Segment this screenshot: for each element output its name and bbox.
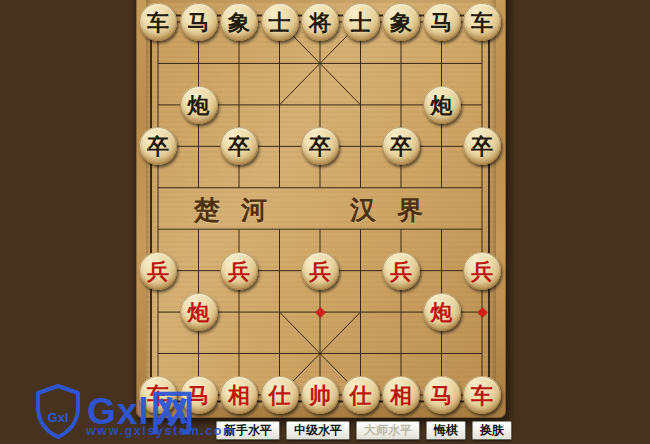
river-label-chu-he: 楚河 (194, 193, 288, 228)
piece-red-soldier[interactable]: 兵 (463, 252, 501, 290)
xiangqi-board[interactable]: 楚河 汉界 车马象士将士象马车炮炮卒卒卒卒卒兵兵兵兵兵炮炮车马相仕帅仕相马车 (146, 0, 496, 408)
master-level-button: 大师水平 (356, 421, 420, 440)
piece-black-cannon[interactable]: 炮 (423, 86, 461, 124)
piece-red-soldier[interactable]: 兵 (382, 252, 420, 290)
piece-red-soldier[interactable]: 兵 (139, 252, 177, 290)
piece-black-chariot[interactable]: 车 (139, 3, 177, 41)
undo-move-button[interactable]: 悔棋 (426, 421, 466, 440)
piece-black-advisor[interactable]: 士 (261, 3, 299, 41)
piece-red-soldier[interactable]: 兵 (301, 252, 339, 290)
toolbar: 新手水平中级水平大师水平悔棋换肤 (216, 421, 512, 440)
piece-red-soldier[interactable]: 兵 (220, 252, 258, 290)
intermediate-level-button[interactable]: 中级水平 (286, 421, 350, 440)
piece-black-elephant[interactable]: 象 (382, 3, 420, 41)
piece-red-general[interactable]: 帅 (301, 376, 339, 414)
piece-red-cannon[interactable]: 炮 (423, 293, 461, 331)
change-skin-button[interactable]: 换肤 (472, 421, 512, 440)
piece-black-chariot[interactable]: 车 (463, 3, 501, 41)
piece-black-horse[interactable]: 马 (180, 3, 218, 41)
piece-black-general[interactable]: 将 (301, 3, 339, 41)
piece-red-horse[interactable]: 马 (423, 376, 461, 414)
piece-red-advisor[interactable]: 仕 (342, 376, 380, 414)
shield-label: Gxl (48, 410, 69, 425)
piece-red-elephant[interactable]: 相 (382, 376, 420, 414)
logo-url: www.gxlsystem.com (86, 424, 236, 438)
piece-black-cannon[interactable]: 炮 (180, 86, 218, 124)
shield-icon: Gxl (34, 384, 82, 440)
piece-black-advisor[interactable]: 士 (342, 3, 380, 41)
river-label-han-jie: 汉界 (350, 193, 444, 228)
piece-red-cannon[interactable]: 炮 (180, 293, 218, 331)
piece-red-elephant[interactable]: 相 (220, 376, 258, 414)
piece-black-elephant[interactable]: 象 (220, 3, 258, 41)
xiangqi-board-frame: 楚河 汉界 车马象士将士象马车炮炮卒卒卒卒卒兵兵兵兵兵炮炮车马相仕帅仕相马车 (136, 0, 506, 418)
piece-red-chariot[interactable]: 车 (463, 376, 501, 414)
piece-red-advisor[interactable]: 仕 (261, 376, 299, 414)
app-background: 楚河 汉界 车马象士将士象马车炮炮卒卒卒卒卒兵兵兵兵兵炮炮车马相仕帅仕相马车 新… (0, 0, 650, 444)
piece-black-horse[interactable]: 马 (423, 3, 461, 41)
